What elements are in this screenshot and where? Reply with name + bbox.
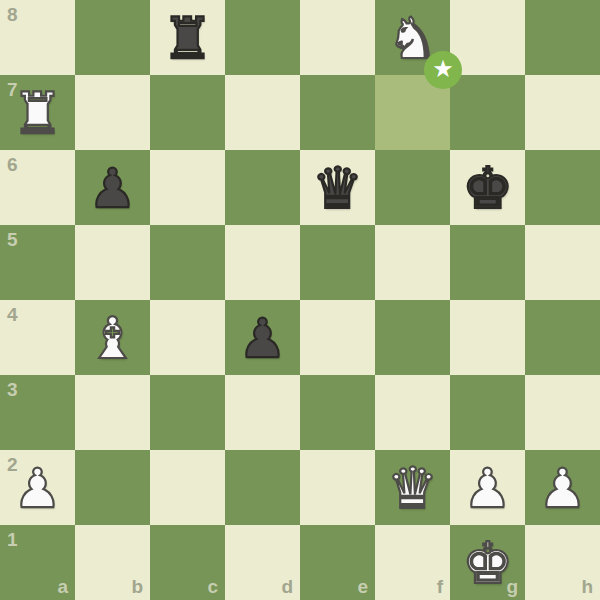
chess-board: ★ 8♜♞7♜6♟♛♚54♝♟32♟♛♟♟1abcdefg♚h (0, 0, 600, 600)
square-e8[interactable] (300, 0, 375, 75)
square-a8[interactable]: 8 (0, 0, 75, 75)
square-c4[interactable] (150, 300, 225, 375)
square-c7[interactable] (150, 75, 225, 150)
square-e1[interactable]: e (300, 525, 375, 600)
file-label-f: f (437, 577, 443, 596)
square-g3[interactable] (450, 375, 525, 450)
black-king[interactable]: ♚ (462, 160, 513, 217)
square-a3[interactable]: 3 (0, 375, 75, 450)
rank-label-6: 6 (7, 155, 18, 174)
square-a2[interactable]: 2♟ (0, 450, 75, 525)
square-d1[interactable]: d (225, 525, 300, 600)
square-a5[interactable]: 5 (0, 225, 75, 300)
square-h6[interactable] (525, 150, 600, 225)
square-d4[interactable]: ♟ (225, 300, 300, 375)
square-a7[interactable]: 7♜ (0, 75, 75, 150)
file-label-d: d (281, 577, 293, 596)
file-label-c: c (207, 577, 218, 596)
square-f3[interactable] (375, 375, 450, 450)
white-pawn[interactable]: ♟ (13, 462, 61, 516)
square-g6[interactable]: ♚ (450, 150, 525, 225)
square-h3[interactable] (525, 375, 600, 450)
square-b7[interactable] (75, 75, 150, 150)
square-f5[interactable] (375, 225, 450, 300)
square-b1[interactable]: b (75, 525, 150, 600)
square-e2[interactable] (300, 450, 375, 525)
white-pawn[interactable]: ♟ (463, 462, 511, 516)
square-h4[interactable] (525, 300, 600, 375)
square-d2[interactable] (225, 450, 300, 525)
file-label-e: e (357, 577, 368, 596)
square-f8[interactable]: ♞ (375, 0, 450, 75)
square-g4[interactable] (450, 300, 525, 375)
square-g2[interactable]: ♟ (450, 450, 525, 525)
square-a6[interactable]: 6 (0, 150, 75, 225)
file-label-b: b (131, 577, 143, 596)
square-h7[interactable] (525, 75, 600, 150)
square-a1[interactable]: 1a (0, 525, 75, 600)
square-h1[interactable]: h (525, 525, 600, 600)
square-h5[interactable] (525, 225, 600, 300)
file-label-h: h (581, 577, 593, 596)
square-d8[interactable] (225, 0, 300, 75)
square-b5[interactable] (75, 225, 150, 300)
square-c8[interactable]: ♜ (150, 0, 225, 75)
file-label-a: a (57, 577, 68, 596)
square-e4[interactable] (300, 300, 375, 375)
square-c1[interactable]: c (150, 525, 225, 600)
white-rook[interactable]: ♜ (12, 85, 63, 142)
black-queen[interactable]: ♛ (312, 160, 363, 217)
square-c5[interactable] (150, 225, 225, 300)
square-c6[interactable] (150, 150, 225, 225)
square-a4[interactable]: 4 (0, 300, 75, 375)
square-h2[interactable]: ♟ (525, 450, 600, 525)
square-g5[interactable] (450, 225, 525, 300)
square-d6[interactable] (225, 150, 300, 225)
square-f7[interactable] (375, 75, 450, 150)
square-f2[interactable]: ♛ (375, 450, 450, 525)
square-f4[interactable] (375, 300, 450, 375)
rank-label-3: 3 (7, 380, 18, 399)
white-king[interactable]: ♚ (462, 535, 513, 592)
square-g7[interactable] (450, 75, 525, 150)
square-e5[interactable] (300, 225, 375, 300)
black-pawn[interactable]: ♟ (238, 312, 286, 366)
white-knight[interactable]: ♞ (387, 10, 438, 67)
square-e6[interactable]: ♛ (300, 150, 375, 225)
square-d3[interactable] (225, 375, 300, 450)
rank-label-4: 4 (7, 305, 18, 324)
square-f1[interactable]: f (375, 525, 450, 600)
square-c2[interactable] (150, 450, 225, 525)
white-queen[interactable]: ♛ (387, 460, 438, 517)
square-f6[interactable] (375, 150, 450, 225)
square-e3[interactable] (300, 375, 375, 450)
square-b4[interactable]: ♝ (75, 300, 150, 375)
square-e7[interactable] (300, 75, 375, 150)
rank-label-5: 5 (7, 230, 18, 249)
square-d5[interactable] (225, 225, 300, 300)
square-b2[interactable] (75, 450, 150, 525)
black-pawn[interactable]: ♟ (88, 162, 136, 216)
square-c3[interactable] (150, 375, 225, 450)
square-b6[interactable]: ♟ (75, 150, 150, 225)
rank-label-1: 1 (7, 530, 18, 549)
square-g1[interactable]: g♚ (450, 525, 525, 600)
black-rook[interactable]: ♜ (162, 10, 213, 67)
square-b8[interactable] (75, 0, 150, 75)
square-d7[interactable] (225, 75, 300, 150)
rank-label-8: 8 (7, 5, 18, 24)
white-pawn[interactable]: ♟ (538, 462, 586, 516)
square-g8[interactable] (450, 0, 525, 75)
square-h8[interactable] (525, 0, 600, 75)
square-b3[interactable] (75, 375, 150, 450)
white-bishop[interactable]: ♝ (87, 310, 138, 367)
